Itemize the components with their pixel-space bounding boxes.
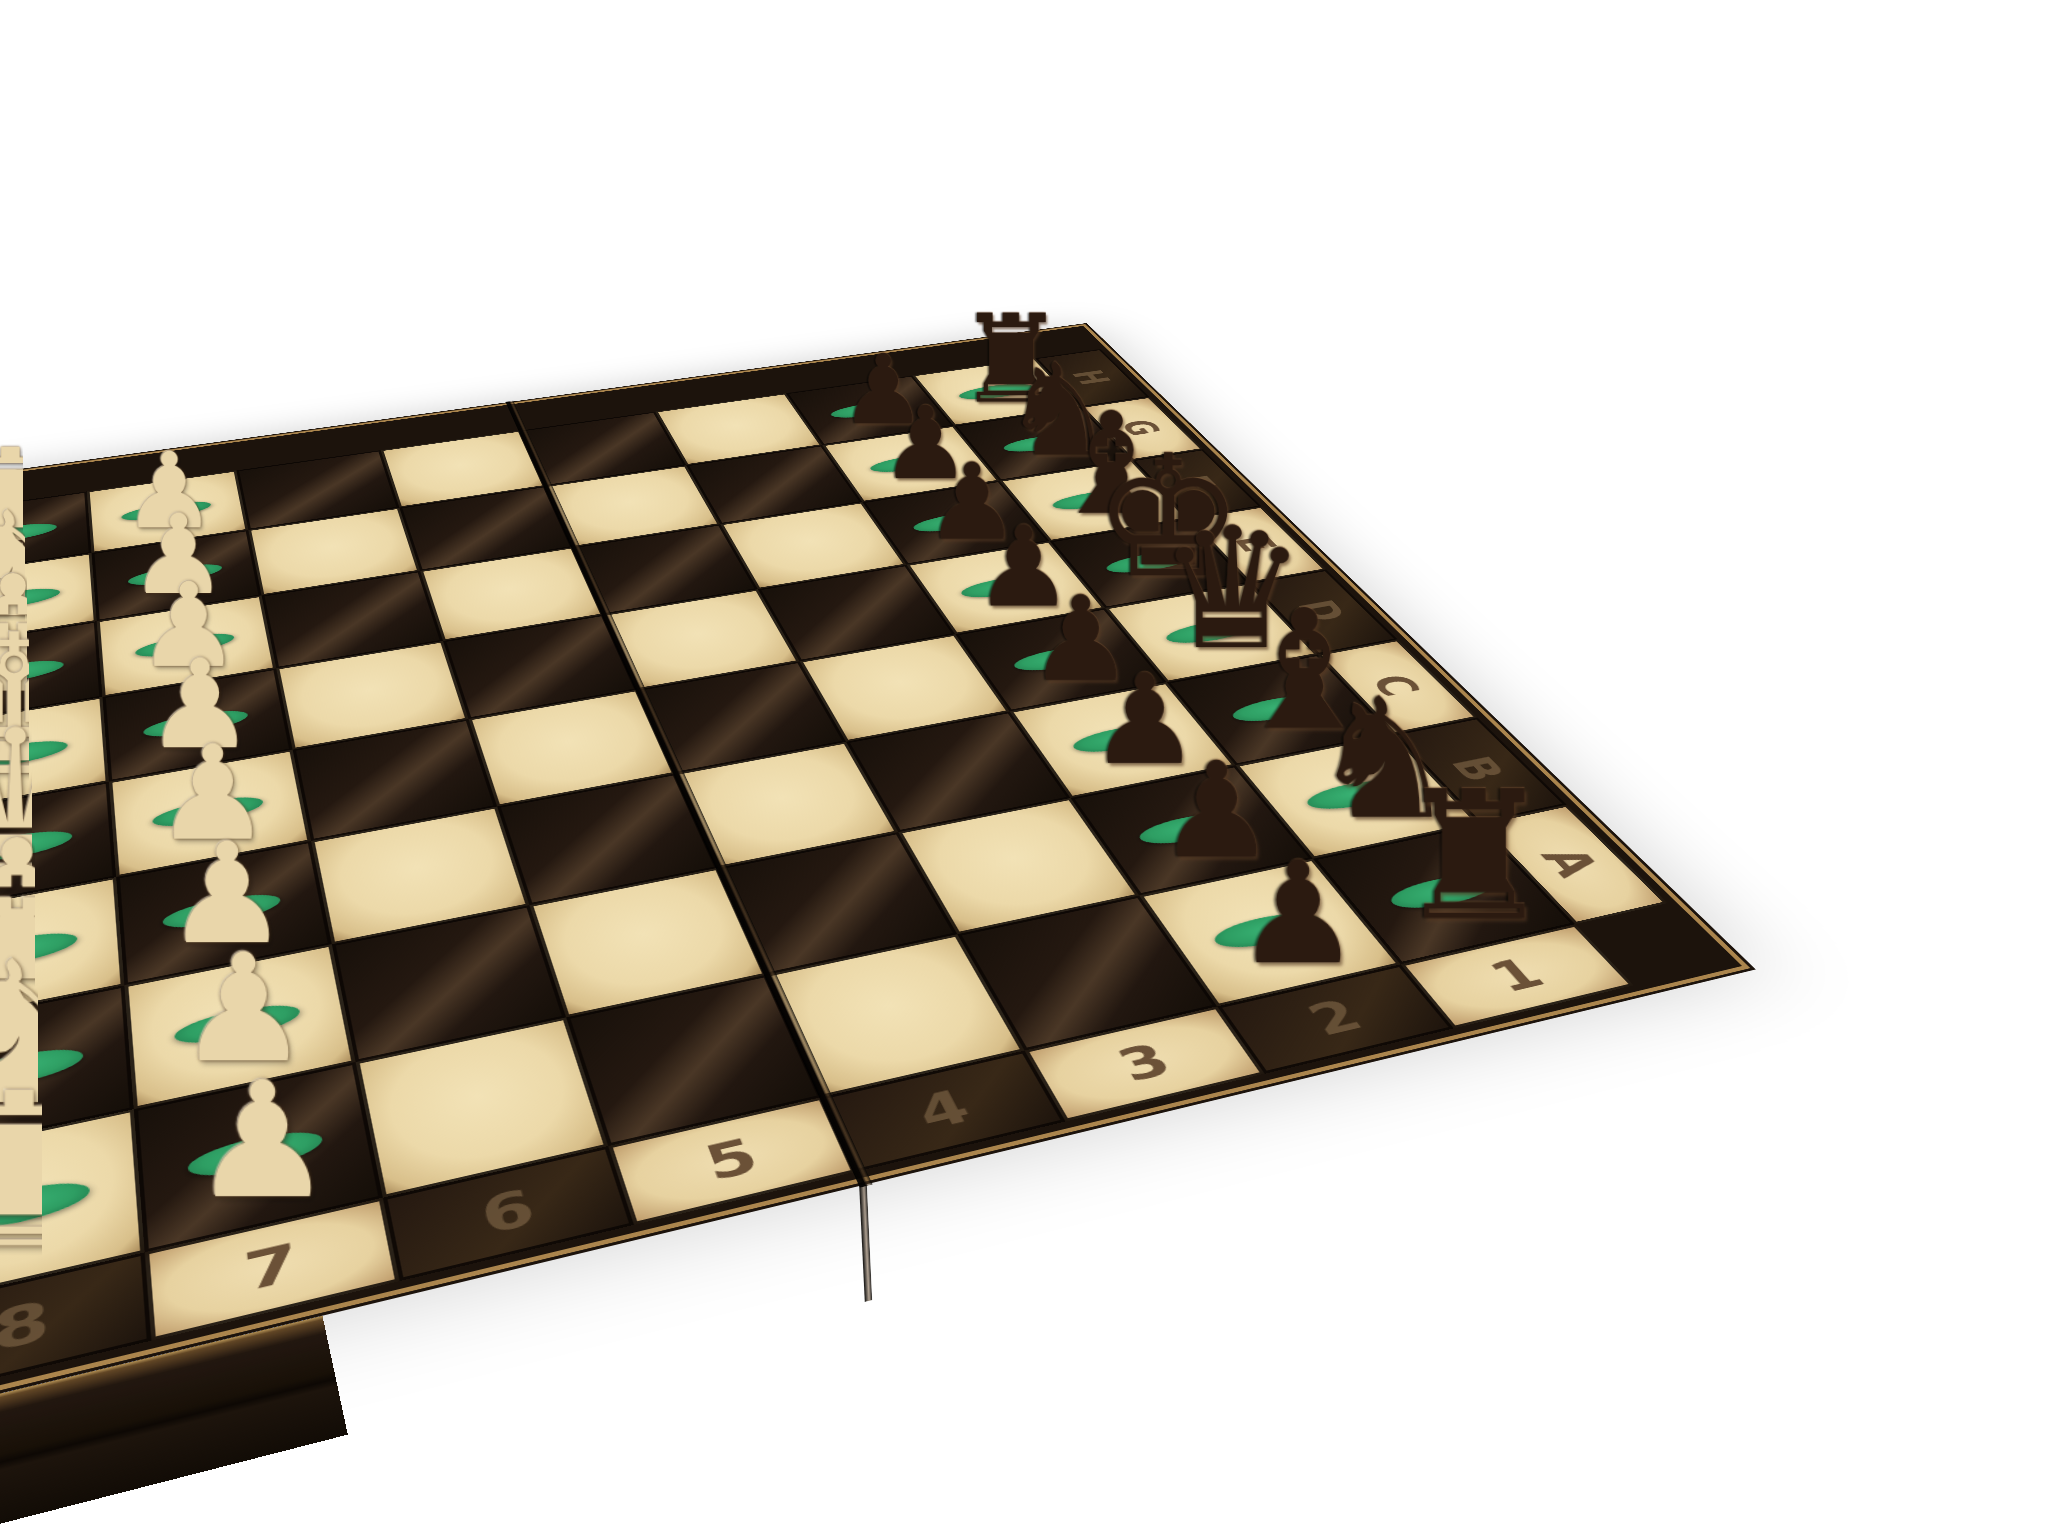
square-e5 bbox=[443, 615, 637, 719]
piece-dark-rook-a1: ♜ bbox=[1395, 773, 1554, 941]
piece-dark-pawn-a2: ♟ bbox=[1235, 847, 1361, 981]
piece-light-rook-a8: ♜ bbox=[0, 1072, 115, 1274]
square-f5 bbox=[420, 547, 603, 641]
box-front-seam bbox=[859, 1184, 872, 1302]
chess-board: ♜♟♟♜H♞♟♟♞G♝♟♟♝F♚♟♟♚E♛♟♟♛D♝♟♟♝C♞♟♟♞B♜♟♟♜A… bbox=[0, 323, 1756, 1458]
square-a7: ♟ bbox=[134, 1062, 383, 1252]
piece-light-pawn-a7: ♟ bbox=[191, 1065, 335, 1217]
photo-scene: ♜♟♟♜H♞♟♟♞G♝♟♟♝F♚♟♟♚E♛♟♟♛D♝♟♟♝C♞♟♟♞B♜♟♟♜A… bbox=[0, 0, 2048, 1535]
